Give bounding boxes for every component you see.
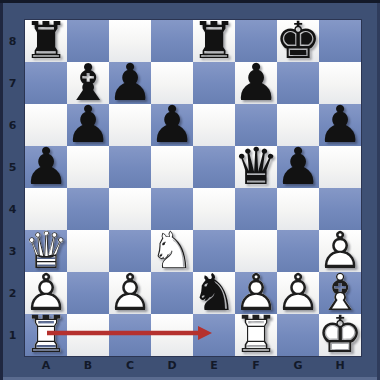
square-g8[interactable]: ♚: [277, 20, 319, 62]
file-label-e: E: [193, 355, 235, 376]
chess-board[interactable]: ♜♜♚♝♟♟♟♟♟♟♛♟♛♕♞♘♟♙♟♙♟♙♞♟♙♟♙♝♗♜♖♜♖♚♔: [25, 20, 361, 356]
white-pawn-c2[interactable]: ♟♙: [109, 272, 151, 314]
black-pawn-c7[interactable]: ♟: [109, 62, 151, 104]
square-d8[interactable]: [151, 20, 193, 62]
black-pawn-g5[interactable]: ♟: [277, 146, 319, 188]
square-d1[interactable]: [151, 314, 193, 356]
square-e2[interactable]: ♞: [193, 272, 235, 314]
rank-label-4: 4: [2, 188, 23, 230]
rank-label-2: 2: [2, 272, 23, 314]
square-d3[interactable]: ♞♘: [151, 230, 193, 272]
square-d6[interactable]: ♟: [151, 104, 193, 146]
black-rook-e8[interactable]: ♜: [193, 20, 235, 62]
square-e4[interactable]: [193, 188, 235, 230]
square-f7[interactable]: ♟: [235, 62, 277, 104]
white-pawn-g2[interactable]: ♟♙: [277, 272, 319, 314]
black-knight-e2[interactable]: ♞: [193, 272, 235, 314]
rank-label-5: 5: [2, 146, 23, 188]
black-rook-a8[interactable]: ♜: [25, 20, 67, 62]
square-g2[interactable]: ♟♙: [277, 272, 319, 314]
square-a5[interactable]: ♟: [25, 146, 67, 188]
square-f5[interactable]: ♛: [235, 146, 277, 188]
square-b2[interactable]: [67, 272, 109, 314]
square-c4[interactable]: [109, 188, 151, 230]
square-a1[interactable]: ♜♖: [25, 314, 67, 356]
square-e6[interactable]: [193, 104, 235, 146]
black-pawn-b6[interactable]: ♟: [67, 104, 109, 146]
square-h6[interactable]: ♟: [319, 104, 361, 146]
square-b4[interactable]: [67, 188, 109, 230]
square-c2[interactable]: ♟♙: [109, 272, 151, 314]
rank-label-3: 3: [2, 230, 23, 272]
square-g5[interactable]: ♟: [277, 146, 319, 188]
square-e5[interactable]: [193, 146, 235, 188]
file-label-d: D: [151, 355, 193, 376]
rank-label-1: 1: [2, 314, 23, 356]
file-label-b: B: [67, 355, 109, 376]
square-f1[interactable]: ♜♖: [235, 314, 277, 356]
rank-label-7: 7: [2, 62, 23, 104]
file-label-c: C: [109, 355, 151, 376]
black-pawn-h6[interactable]: ♟: [319, 104, 361, 146]
white-king-h1[interactable]: ♚♔: [319, 314, 361, 356]
rank-label-6: 6: [2, 104, 23, 146]
white-knight-d3[interactable]: ♞♘: [151, 230, 193, 272]
white-rook-a1[interactable]: ♜♖: [25, 314, 67, 356]
square-c7[interactable]: ♟: [109, 62, 151, 104]
black-pawn-a5[interactable]: ♟: [25, 146, 67, 188]
black-pawn-d6[interactable]: ♟: [151, 104, 193, 146]
chess-diagram: 87654321 ABCDEFGH ♜♜♚♝♟♟♟♟♟♟♛♟♛♕♞♘♟♙♟♙♟♙…: [0, 0, 380, 380]
square-a8[interactable]: ♜: [25, 20, 67, 62]
square-b3[interactable]: [67, 230, 109, 272]
square-e8[interactable]: ♜: [193, 20, 235, 62]
square-b6[interactable]: ♟: [67, 104, 109, 146]
black-king-g8[interactable]: ♚: [277, 20, 319, 62]
file-label-g: G: [277, 355, 319, 376]
square-b1[interactable]: [67, 314, 109, 356]
square-h8[interactable]: [319, 20, 361, 62]
white-rook-f1[interactable]: ♜♖: [235, 314, 277, 356]
square-h1[interactable]: ♚♔: [319, 314, 361, 356]
square-c5[interactable]: [109, 146, 151, 188]
black-queen-f5[interactable]: ♛: [235, 146, 277, 188]
black-pawn-f7[interactable]: ♟: [235, 62, 277, 104]
rank-label-8: 8: [2, 20, 23, 62]
